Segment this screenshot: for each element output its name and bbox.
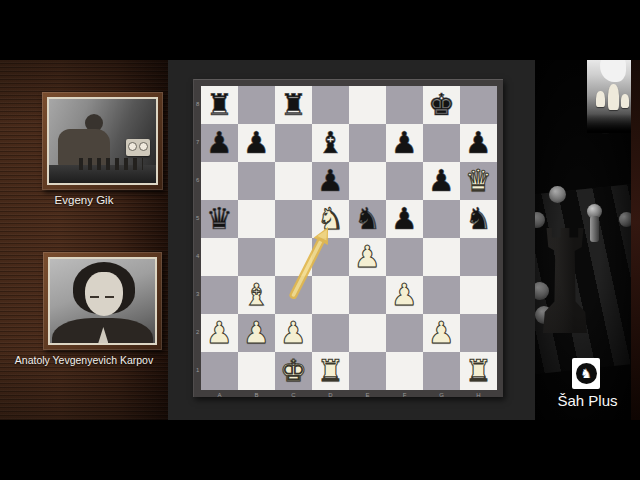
black-b-piece-d7: ♝ [317, 124, 344, 162]
square-h5[interactable]: ♞ [460, 200, 497, 238]
rank-label-7: 7 [196, 139, 199, 145]
square-g7[interactable] [423, 124, 460, 162]
karpov-brow [105, 296, 114, 298]
square-h8[interactable] [460, 86, 497, 124]
file-label-a: A [201, 392, 238, 398]
square-g2[interactable]: ♟ [423, 314, 460, 352]
black-p-piece-f7: ♟ [391, 124, 418, 162]
square-a6[interactable] [201, 162, 238, 200]
white-p-piece-g2: ♟ [428, 314, 455, 352]
white-p-piece-b2: ♟ [243, 314, 270, 352]
square-e8[interactable] [349, 86, 386, 124]
white-piece-photo [608, 84, 619, 110]
brand-name: Šah Plus [535, 392, 640, 409]
black-p-piece-b7: ♟ [243, 124, 270, 162]
square-g3[interactable] [423, 276, 460, 314]
white-piece-photo [596, 91, 605, 107]
square-e6[interactable] [349, 162, 386, 200]
hand-photo [600, 60, 626, 82]
square-d1[interactable]: ♜ [312, 352, 349, 390]
square-h1[interactable]: ♜ [460, 352, 497, 390]
file-label-c: C [275, 392, 312, 398]
karpov-photo-background [50, 259, 155, 343]
square-h6[interactable]: ♛ [460, 162, 497, 200]
square-b2[interactable]: ♟ [238, 314, 275, 352]
sah-plus-logo: ♞ [572, 358, 600, 389]
players-panel: Evgeny Gik Anatoly Yevgenyevich Karpov [0, 60, 168, 420]
file-label-g: G [423, 392, 460, 398]
square-c3[interactable] [275, 276, 312, 314]
square-g1[interactable] [423, 352, 460, 390]
square-c1[interactable]: ♚ [275, 352, 312, 390]
file-label-d: D [312, 392, 349, 398]
square-a2[interactable]: ♟ [201, 314, 238, 352]
rank-label-5: 5 [196, 215, 199, 221]
square-a1[interactable] [201, 352, 238, 390]
letterbox-top [0, 0, 640, 60]
square-b7[interactable]: ♟ [238, 124, 275, 162]
square-g5[interactable] [423, 200, 460, 238]
square-f1[interactable] [386, 352, 423, 390]
square-b5[interactable] [238, 200, 275, 238]
logo-circle: ♞ [576, 363, 597, 384]
file-label-e: E [349, 392, 386, 398]
square-e7[interactable] [349, 124, 386, 162]
white-p-piece-c2: ♟ [280, 314, 307, 352]
player-top-photo-frame [42, 92, 163, 190]
square-c8[interactable]: ♜ [275, 86, 312, 124]
square-h7[interactable]: ♟ [460, 124, 497, 162]
square-c5[interactable] [275, 200, 312, 238]
square-d4[interactable] [312, 238, 349, 276]
square-a7[interactable]: ♟ [201, 124, 238, 162]
square-g8[interactable]: ♚ [423, 86, 460, 124]
square-h3[interactable] [460, 276, 497, 314]
square-d8[interactable] [312, 86, 349, 124]
square-a4[interactable] [201, 238, 238, 276]
square-f2[interactable] [386, 314, 423, 352]
knight-in-circle-icon: ♞ [580, 367, 592, 380]
rank-label-8: 8 [196, 101, 199, 107]
square-h4[interactable] [460, 238, 497, 276]
black-p-piece-d6: ♟ [317, 162, 344, 200]
letterbox-bottom [0, 420, 640, 480]
chess-clock-icon [126, 139, 150, 156]
inset-shadow [587, 114, 635, 134]
square-d2[interactable] [312, 314, 349, 352]
square-c6[interactable] [275, 162, 312, 200]
square-b6[interactable] [238, 162, 275, 200]
player-bottom-photo [48, 257, 157, 345]
black-k-piece-g8: ♚ [428, 86, 455, 124]
black-p-piece-h7: ♟ [465, 124, 492, 162]
file-label-f: F [386, 392, 423, 398]
video-frame-content: Evgeny Gik Anatoly Yevgenyevich Karpov ♜… [0, 60, 640, 420]
player-top-photo [47, 97, 158, 185]
square-f3[interactable]: ♟ [386, 276, 423, 314]
white-k-piece-c1: ♚ [280, 352, 307, 390]
rank-label-2: 2 [196, 329, 199, 335]
gik-chess-pieces [79, 158, 143, 170]
white-piece-photo [621, 94, 629, 108]
black-p-piece-g6: ♟ [428, 162, 455, 200]
square-c2[interactable]: ♟ [275, 314, 312, 352]
black-r-piece-c8: ♜ [280, 86, 307, 124]
square-d5[interactable]: ♞ [312, 200, 349, 238]
karpov-brow [90, 296, 99, 298]
square-c7[interactable] [275, 124, 312, 162]
square-b4[interactable] [238, 238, 275, 276]
black-q-piece-a5: ♛ [206, 200, 233, 238]
square-f5[interactable]: ♟ [386, 200, 423, 238]
file-label-h: H [460, 392, 497, 398]
square-f7[interactable]: ♟ [386, 124, 423, 162]
player-bottom-photo-frame [43, 252, 162, 350]
white-r-piece-d1: ♜ [317, 352, 344, 390]
rank-label-3: 3 [196, 291, 199, 297]
board-panel: ♜♜♚♟♟♝♟♟♟♟♛♛♞♞♟♞♟♝♟♟♟♟♟♚♜♜ 87654321 ABCD… [168, 60, 535, 420]
square-f4[interactable] [386, 238, 423, 276]
square-d6[interactable]: ♟ [312, 162, 349, 200]
square-a5[interactable]: ♛ [201, 200, 238, 238]
black-n-piece-h5: ♞ [465, 200, 492, 238]
file-label-b: B [238, 392, 275, 398]
square-g6[interactable]: ♟ [423, 162, 460, 200]
white-p-piece-a2: ♟ [206, 314, 233, 352]
white-p-piece-f3: ♟ [391, 276, 418, 314]
white-n-piece-d5: ♞ [317, 200, 344, 238]
rank-label-6: 6 [196, 177, 199, 183]
square-e5[interactable]: ♞ [349, 200, 386, 238]
inset-pieces-photo [587, 60, 635, 133]
square-f6[interactable] [386, 162, 423, 200]
square-g4[interactable] [423, 238, 460, 276]
square-b8[interactable] [238, 86, 275, 124]
square-c4[interactable] [275, 238, 312, 276]
rank-label-1: 1 [196, 367, 199, 373]
square-e2[interactable] [349, 314, 386, 352]
white-r-piece-h1: ♜ [465, 352, 492, 390]
white-p-piece-e4: ♟ [354, 238, 381, 276]
square-e3[interactable] [349, 276, 386, 314]
square-a8[interactable]: ♜ [201, 86, 238, 124]
gik-photo-background [49, 99, 156, 183]
square-a3[interactable] [201, 276, 238, 314]
chess-board: ♜♜♚♟♟♝♟♟♟♟♛♛♞♞♟♞♟♝♟♟♟♟♟♚♜♜ 87654321 ABCD… [193, 79, 503, 397]
player-top-name: Evgeny Gik [0, 194, 168, 206]
square-e1[interactable] [349, 352, 386, 390]
square-d3[interactable] [312, 276, 349, 314]
square-d7[interactable]: ♝ [312, 124, 349, 162]
black-p-piece-a7: ♟ [206, 124, 233, 162]
black-p-piece-f5: ♟ [391, 200, 418, 238]
black-n-piece-e5: ♞ [354, 200, 381, 238]
player-bottom-name: Anatoly Yevgenyevich Karpov [0, 354, 168, 366]
right-edge-strip [631, 60, 640, 420]
square-h2[interactable] [460, 314, 497, 352]
square-f8[interactable] [386, 86, 423, 124]
white-q-piece-h6: ♛ [465, 162, 492, 200]
karpov-face [85, 272, 123, 316]
white-b-piece-b3: ♝ [243, 276, 270, 314]
square-b1[interactable] [238, 352, 275, 390]
board-squares: ♜♜♚♟♟♝♟♟♟♟♛♛♞♞♟♞♟♝♟♟♟♟♟♚♜♜ [201, 86, 497, 390]
brand-panel: ♞ Šah Plus [535, 60, 640, 420]
square-e4[interactable]: ♟ [349, 238, 386, 276]
square-b3[interactable]: ♝ [238, 276, 275, 314]
rank-label-4: 4 [196, 253, 199, 259]
black-r-piece-a8: ♜ [206, 86, 233, 124]
